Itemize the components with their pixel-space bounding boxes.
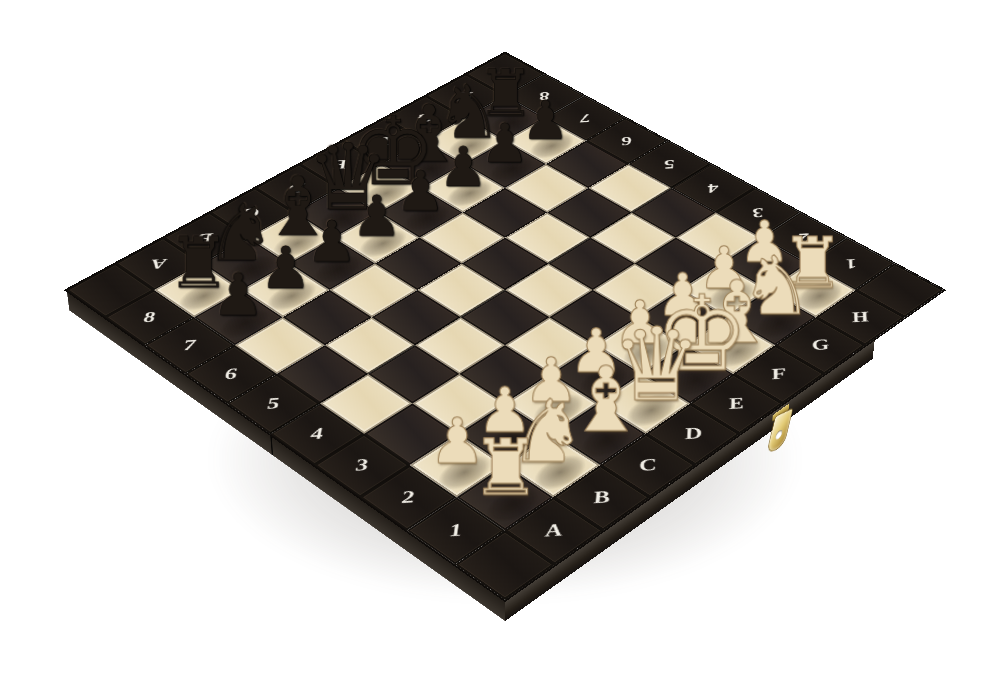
piece-white-rook[interactable]: ♜ [471, 429, 539, 506]
square-a7[interactable]: ♟ [194, 290, 283, 345]
piece-black-pawn[interactable]: ♟ [207, 265, 270, 324]
clasp-hole [775, 429, 784, 441]
chess-set-photo: ABCDEFGH8♜♞♝♛♚♝♞♜87♟♟♟♟♟♟♟♟7665544332♟♟♟… [0, 0, 1000, 700]
